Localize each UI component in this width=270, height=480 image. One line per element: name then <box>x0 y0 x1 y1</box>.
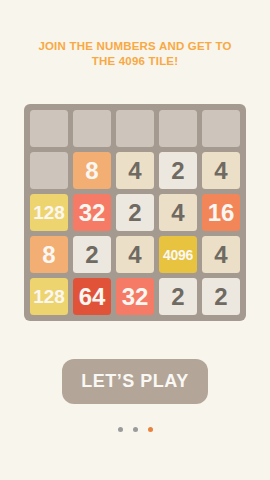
tile-32: 32 <box>116 278 154 315</box>
page-dot-2[interactable] <box>133 427 138 432</box>
tile-4: 4 <box>159 194 197 231</box>
tile-128: 128 <box>30 194 68 231</box>
tile-2: 2 <box>116 194 154 231</box>
tile-8: 8 <box>30 236 68 273</box>
tutorial-title-line2: THE 4096 TILE! <box>92 55 179 67</box>
tile-2: 2 <box>202 278 240 315</box>
tutorial-screen: JOIN THE NUMBERS AND GET TO THE 4096 TIL… <box>0 0 270 480</box>
lets-play-button[interactable]: LET’S PLAY <box>62 359 208 404</box>
tile-2: 2 <box>73 236 111 273</box>
page-dots <box>0 427 270 432</box>
empty-cell <box>73 110 111 147</box>
tutorial-title-line1: JOIN THE NUMBERS AND GET TO <box>38 40 231 52</box>
page-dot-3-active[interactable] <box>148 427 153 432</box>
tile-8: 8 <box>73 152 111 189</box>
tile-4: 4 <box>202 236 240 273</box>
empty-cell <box>202 110 240 147</box>
tile-128: 128 <box>30 278 68 315</box>
empty-cell <box>30 110 68 147</box>
page-dot-1[interactable] <box>118 427 123 432</box>
empty-cell <box>30 152 68 189</box>
tile-4096: 4096 <box>159 236 197 273</box>
tile-64: 64 <box>73 278 111 315</box>
tile-4: 4 <box>116 236 154 273</box>
game-board: 842412832241682440964128643222 <box>24 104 246 321</box>
tutorial-title: JOIN THE NUMBERS AND GET TO THE 4096 TIL… <box>10 39 260 69</box>
tile-2: 2 <box>159 278 197 315</box>
empty-cell <box>116 110 154 147</box>
tile-2: 2 <box>159 152 197 189</box>
tile-4: 4 <box>116 152 154 189</box>
tile-4: 4 <box>202 152 240 189</box>
tile-32: 32 <box>73 194 111 231</box>
tile-16: 16 <box>202 194 240 231</box>
empty-cell <box>159 110 197 147</box>
